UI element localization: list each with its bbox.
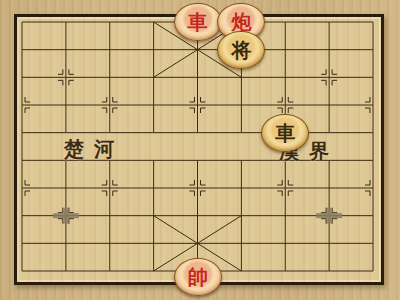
piece-red-chariot[interactable]: 車	[174, 3, 222, 41]
piece-red-chariot-label: 車	[188, 12, 208, 32]
piece-red-general-label: 帥	[188, 267, 208, 287]
piece-red-cannon-label: 炮	[231, 12, 251, 32]
piece-black-chariot-label: 車	[275, 123, 295, 143]
game-screen: 楚河 漢界 車 炮 将 車 帥	[0, 0, 400, 300]
piece-black-general[interactable]: 将	[217, 31, 265, 69]
piece-black-general-label: 将	[231, 40, 251, 60]
river-text-left: 楚河	[64, 136, 124, 163]
piece-red-general[interactable]: 帥	[174, 258, 222, 296]
piece-black-chariot[interactable]: 車	[261, 114, 309, 152]
